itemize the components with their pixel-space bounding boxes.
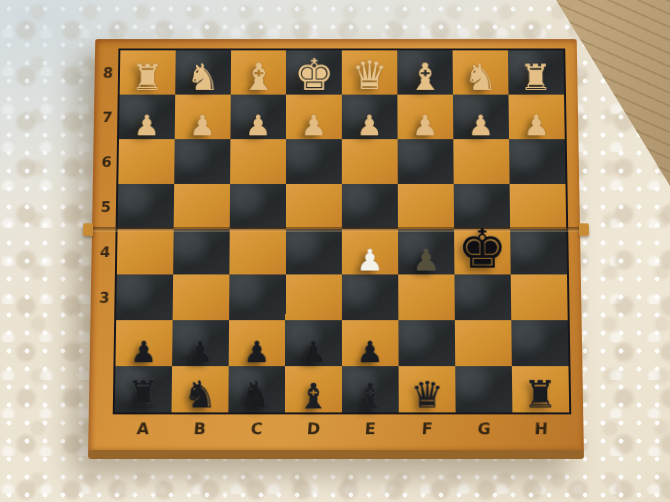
piece-white-pawn: ♟	[301, 113, 327, 139]
square-b2: ♟	[172, 320, 229, 366]
square-h8: ♜	[508, 50, 564, 94]
square-d5	[286, 184, 342, 229]
rank-label-2	[88, 320, 117, 366]
piece-black-pawn-mixed: ♟	[412, 247, 440, 275]
rank-label-7: 7	[92, 95, 121, 140]
square-c3	[229, 274, 286, 320]
board-fold-seam	[83, 227, 589, 232]
square-b1: ♞	[172, 366, 229, 412]
square-a3	[116, 274, 173, 320]
piece-black-rook: ♜	[523, 378, 557, 412]
square-f8: ♝	[397, 50, 453, 94]
square-b7: ♟	[175, 95, 231, 140]
square-e2: ♟	[342, 320, 399, 366]
square-g3	[454, 274, 511, 320]
square-f1: ♛	[399, 366, 456, 412]
square-g7: ♟	[453, 95, 509, 140]
file-label-h: H	[512, 412, 571, 444]
square-e3	[342, 274, 398, 320]
piece-white-pawn: ♟	[468, 113, 495, 139]
square-b8: ♞	[175, 50, 231, 94]
square-g6	[453, 139, 509, 184]
piece-white-pawn: ♟	[357, 113, 383, 139]
square-a8: ♜	[120, 50, 176, 94]
piece-white-pawn: ♟	[245, 113, 271, 139]
file-label-f: F	[398, 412, 457, 444]
square-g1	[455, 366, 512, 412]
square-e4: ♟	[342, 229, 398, 274]
piece-white-queen: ♛	[351, 58, 388, 94]
square-h7: ♟	[508, 95, 564, 140]
square-h4	[510, 229, 567, 274]
square-b5	[174, 184, 230, 229]
piece-black-knight: ♞	[240, 378, 274, 412]
piece-white-rook: ♜	[131, 62, 165, 95]
square-d2: ♟	[285, 320, 342, 366]
piece-white-bishop: ♝	[241, 60, 276, 95]
piece-white-knight: ♞	[186, 61, 220, 95]
file-label-e: E	[341, 412, 400, 444]
piece-black-pawn: ♟	[300, 339, 327, 366]
file-label-c: C	[227, 412, 286, 444]
piece-black-queen: ♛	[410, 379, 443, 413]
square-e5	[342, 184, 398, 229]
square-d4	[286, 229, 342, 274]
square-d7: ♟	[286, 95, 342, 140]
square-f6	[398, 139, 454, 184]
piece-white-pawn: ♟	[134, 113, 161, 139]
rank-label-5: 5	[91, 184, 120, 229]
square-h1: ♜	[512, 366, 569, 412]
chess-board: 876543 ♜♞♝♚♛♝♞♜♟♟♟♟♟♟♟♟♟♟♚♟♟♟♟♟♜♞♞♝♝♛♜ A…	[88, 39, 584, 459]
square-c4	[229, 229, 285, 274]
square-b6	[174, 139, 230, 184]
square-d6	[286, 139, 342, 184]
square-h5	[510, 184, 567, 229]
piece-black-pawn: ♟	[244, 339, 271, 366]
square-c8: ♝	[231, 50, 287, 94]
square-a5	[118, 184, 175, 229]
piece-white-bishop: ♝	[408, 60, 443, 95]
square-c1: ♞	[228, 366, 285, 412]
square-a7: ♟	[119, 95, 175, 140]
piece-black-knight: ♞	[183, 378, 217, 412]
square-f7: ♟	[397, 95, 453, 140]
square-e6	[342, 139, 398, 184]
square-e7: ♟	[342, 95, 398, 140]
file-labels: ABCDEFGH	[114, 412, 570, 444]
square-f3	[398, 274, 455, 320]
piece-white-king: ♚	[294, 55, 334, 95]
square-d3	[285, 274, 341, 320]
square-e1: ♝	[342, 366, 399, 412]
board-inner: 876543 ♜♞♝♚♛♝♞♜♟♟♟♟♟♟♟♟♟♟♚♟♟♟♟♟♜♞♞♝♝♛♜ A…	[88, 50, 569, 444]
square-d8: ♚	[286, 50, 342, 94]
square-e8: ♛	[342, 50, 398, 94]
file-label-g: G	[455, 412, 514, 444]
piece-white-pawn: ♟	[523, 113, 550, 139]
file-label-d: D	[284, 412, 343, 444]
piece-black-bishop: ♝	[297, 380, 329, 413]
square-b3	[173, 274, 230, 320]
square-g8: ♞	[453, 50, 509, 94]
piece-black-king-large: ♚	[457, 225, 507, 275]
rank-label-8: 8	[93, 50, 121, 94]
square-h6	[509, 139, 565, 184]
rank-label-3: 3	[89, 274, 118, 320]
piece-white-pawn: ♟	[412, 113, 438, 139]
piece-black-pawn: ♟	[357, 339, 384, 366]
rank-label-6: 6	[92, 139, 121, 184]
piece-black-pawn: ♟	[187, 339, 214, 366]
piece-black-rook: ♜	[126, 378, 160, 412]
square-c5	[230, 184, 286, 229]
piece-white-rook: ♜	[519, 62, 553, 95]
square-b4	[173, 229, 230, 274]
square-d1: ♝	[285, 366, 342, 412]
piece-white-knight: ♞	[463, 61, 497, 95]
square-a4	[117, 229, 174, 274]
square-c2: ♟	[229, 320, 286, 366]
square-g5	[454, 184, 510, 229]
square-g2	[455, 320, 512, 366]
file-label-b: B	[170, 412, 229, 444]
piece-black-pawn: ♟	[130, 339, 157, 366]
square-h2	[511, 320, 568, 366]
square-c7: ♟	[230, 95, 286, 140]
square-g4: ♚	[454, 229, 511, 274]
square-f5	[398, 184, 454, 229]
piece-white-pawn: ♟	[189, 113, 216, 139]
square-f2	[398, 320, 455, 366]
rank-label-1	[88, 366, 117, 412]
square-f4: ♟	[398, 229, 454, 274]
file-label-a: A	[113, 412, 173, 444]
piece-white-pawn-painted: ♟	[356, 247, 383, 275]
square-a2: ♟	[115, 320, 172, 366]
rank-label-4: 4	[90, 229, 119, 274]
piece-black-bishop: ♝	[354, 380, 386, 413]
square-a1: ♜	[115, 366, 172, 412]
square-c6	[230, 139, 286, 184]
square-h3	[511, 274, 568, 320]
square-a6	[118, 139, 174, 184]
